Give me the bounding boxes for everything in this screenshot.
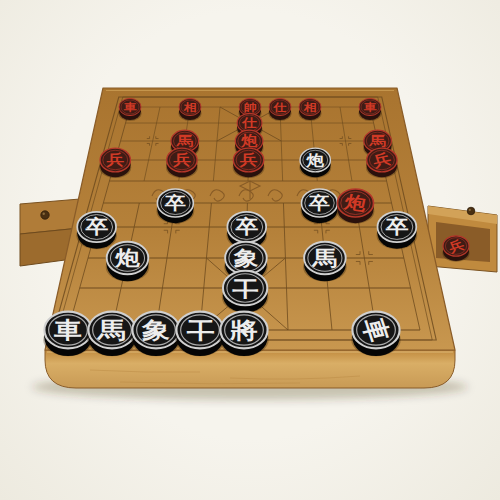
- piece-black-cannon-b7[interactable]: 炮: [106, 242, 150, 282]
- right-drawer-knob-icon[interactable]: [467, 207, 475, 215]
- piece-red-soldier-i3[interactable]: 兵: [366, 148, 398, 178]
- svg-text:將: 將: [229, 317, 258, 344]
- piece-black-horse-b9[interactable]: 馬: [87, 312, 137, 357]
- svg-text:仕: 仕: [241, 116, 257, 129]
- piece-black-cannon-g3[interactable]: 炮: [299, 148, 331, 178]
- piece-red-elephant-c0[interactable]: 相: [178, 98, 201, 121]
- svg-text:卒: 卒: [384, 216, 408, 238]
- piece-black-soldier-c5[interactable]: 卒: [156, 189, 194, 224]
- svg-text:兵: 兵: [105, 151, 124, 168]
- piece-black-general-e9[interactable]: 將: [219, 312, 269, 357]
- svg-text:車: 車: [53, 317, 82, 344]
- svg-text:象: 象: [233, 246, 259, 269]
- drawer-piece-red-soldier[interactable]: 兵: [442, 236, 469, 262]
- svg-text:兵: 兵: [239, 151, 258, 168]
- svg-text:士: 士: [186, 317, 215, 344]
- svg-text:車: 車: [122, 101, 136, 114]
- left-drawer-knob-icon[interactable]: [41, 211, 49, 219]
- piece-red-elephant-g0[interactable]: 相: [298, 98, 321, 121]
- svg-text:相: 相: [302, 101, 316, 114]
- svg-text:炮: 炮: [114, 246, 140, 269]
- svg-text:馬: 馬: [368, 133, 385, 149]
- piece-red-cannon-h5[interactable]: 炮: [337, 189, 375, 224]
- svg-text:馬: 馬: [312, 246, 338, 269]
- xiangqi-set-photo: 車相帥仕相車仕馬炮馬兵兵兵兵炮卒卒炮卒卒卒炮象馬士車馬象士將車兵: [0, 0, 500, 500]
- svg-text:卒: 卒: [164, 193, 187, 214]
- svg-text:炮: 炮: [305, 151, 325, 168]
- piece-black-chariot-h9[interactable]: 車: [351, 312, 401, 357]
- piece-black-elephant-c9[interactable]: 象: [131, 312, 181, 357]
- svg-text:帥: 帥: [244, 101, 257, 114]
- piece-black-horse-g7[interactable]: 馬: [303, 242, 347, 282]
- piece-red-soldier-e3[interactable]: 兵: [233, 148, 265, 178]
- svg-text:相: 相: [182, 101, 196, 114]
- svg-text:卒: 卒: [308, 193, 331, 214]
- piece-red-chariot-a0[interactable]: 車: [118, 98, 141, 121]
- piece-red-soldier-c3[interactable]: 兵: [166, 148, 198, 178]
- piece-black-soldier-i6[interactable]: 卒: [377, 212, 418, 249]
- svg-text:象: 象: [141, 317, 171, 344]
- piece-black-advisor-d9[interactable]: 士: [175, 312, 225, 357]
- svg-text:卒: 卒: [234, 216, 258, 238]
- piece-red-soldier-a3[interactable]: 兵: [99, 148, 131, 178]
- svg-text:炮: 炮: [240, 133, 257, 149]
- piece-red-advisor-f0[interactable]: 仕: [268, 98, 291, 121]
- piece-black-soldier-a6[interactable]: 卒: [76, 212, 117, 249]
- svg-text:馬: 馬: [176, 133, 193, 149]
- piece-red-chariot-i0[interactable]: 車: [358, 98, 381, 121]
- svg-text:兵: 兵: [172, 151, 191, 168]
- svg-text:馬: 馬: [97, 317, 126, 344]
- svg-text:仕: 仕: [272, 101, 286, 114]
- svg-text:士: 士: [232, 275, 258, 300]
- piece-black-chariot-a9[interactable]: 車: [43, 312, 93, 357]
- xiangqi-board-svg: 車相帥仕相車仕馬炮馬兵兵兵兵炮卒卒炮卒卒卒炮象馬士車馬象士將車兵: [0, 0, 500, 500]
- svg-text:卒: 卒: [84, 216, 108, 238]
- piece-black-soldier-g5[interactable]: 卒: [301, 189, 339, 224]
- svg-text:車: 車: [362, 101, 376, 114]
- piece-black-advisor-e8[interactable]: 士: [222, 271, 269, 313]
